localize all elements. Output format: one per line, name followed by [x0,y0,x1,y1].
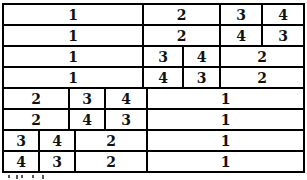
cell-r5c2-value-3: 3 [70,89,106,108]
table-row-8: 4321 [4,152,303,171]
cell-r2c1-value-1: 1 [4,26,144,45]
cell-r4c4-value-2: 2 [221,68,303,87]
cell-r4c2-value-4: 4 [144,68,184,87]
cell-r2c4-value-3: 3 [263,26,303,45]
cell-r5c3-value-4: 4 [106,89,148,108]
diagram-stage: 12341243134214322341243134214321 [0,0,307,180]
table-row-1: 1234 [4,5,303,26]
cell-r1c3-value-3: 3 [221,5,263,24]
table-row-7: 3421 [4,131,303,152]
cell-r5c1-value-2: 2 [4,89,70,108]
cell-r3c2-value-3: 3 [144,47,184,66]
cell-r6c1-value-2: 2 [4,110,70,129]
table-row-4: 1432 [4,68,303,89]
cell-r5c4-value-1: 1 [148,89,303,108]
cell-r7c2-value-4: 4 [40,131,76,150]
cell-r1c1-value-1: 1 [4,5,144,24]
cell-r7c4-value-1: 1 [148,131,303,150]
cell-r8c4-value-1: 1 [148,152,303,171]
cell-r3c3-value-4: 4 [184,47,221,66]
cell-r2c2-value-2: 2 [144,26,221,45]
table-row-2: 1243 [4,26,303,47]
permutation-table: 12341243134214322341243134214321 [2,3,305,173]
cell-r1c4-value-4: 4 [263,5,303,24]
cell-r8c3-value-2: 2 [76,152,148,171]
cell-r7c3-value-2: 2 [76,131,148,150]
cell-r2c3-value-4: 4 [221,26,263,45]
cell-r4c1-value-1: 1 [4,68,144,87]
cell-r8c2-value-3: 3 [40,152,76,171]
cell-r6c4-value-1: 1 [148,110,303,129]
table-row-3: 1342 [4,47,303,68]
cell-r6c3-value-3: 3 [106,110,148,129]
cell-r6c2-value-4: 4 [70,110,106,129]
cell-r8c1-value-4: 4 [4,152,40,171]
table-row-5: 2341 [4,89,303,110]
cell-r1c2-value-2: 2 [144,5,221,24]
cell-r7c1-value-3: 3 [4,131,40,150]
cell-r4c3-value-3: 3 [184,68,221,87]
cell-r3c4-value-2: 2 [221,47,303,66]
table-row-6: 2431 [4,110,303,131]
cropped-text-artifact [8,175,56,180]
cell-r3c1-value-1: 1 [4,47,144,66]
